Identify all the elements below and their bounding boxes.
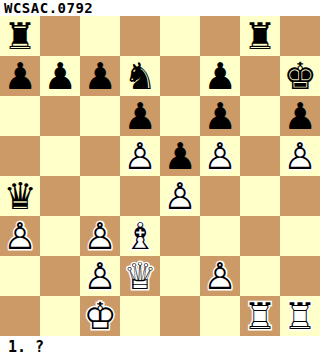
- square-c6[interactable]: [80, 96, 120, 136]
- chess-board: ♜♜♟♟♟♞♟♚♟♟♟♟♙♟♟♙♟♙♛♟♙♟♙♟♙♝♗♟♙♛♕♟♙♚♔♜♖♜♖: [0, 16, 320, 336]
- square-c1[interactable]: ♚♔: [80, 296, 120, 336]
- white-pawn-a3: ♟♙: [0, 216, 40, 256]
- square-f6[interactable]: ♟: [200, 96, 240, 136]
- square-f5[interactable]: ♟♙: [200, 136, 240, 176]
- square-d7[interactable]: ♞: [120, 56, 160, 96]
- black-queen-a4: ♛: [0, 176, 40, 216]
- square-b7[interactable]: ♟: [40, 56, 80, 96]
- black-pawn-f7: ♟: [200, 56, 240, 96]
- square-h5[interactable]: ♟♙: [280, 136, 320, 176]
- white-queen-d2: ♛♕: [120, 256, 160, 296]
- square-h1[interactable]: ♜♖: [280, 296, 320, 336]
- square-f3[interactable]: [200, 216, 240, 256]
- square-d6[interactable]: ♟: [120, 96, 160, 136]
- square-a4[interactable]: ♛: [0, 176, 40, 216]
- square-d4[interactable]: [120, 176, 160, 216]
- white-pawn-c3: ♟♙: [80, 216, 120, 256]
- square-h6[interactable]: ♟: [280, 96, 320, 136]
- square-d5[interactable]: ♟♙: [120, 136, 160, 176]
- square-a8[interactable]: ♜: [0, 16, 40, 56]
- square-g4[interactable]: [240, 176, 280, 216]
- square-h3[interactable]: [280, 216, 320, 256]
- white-rook-g1: ♜♖: [240, 296, 280, 336]
- square-c2[interactable]: ♟♙: [80, 256, 120, 296]
- square-a3[interactable]: ♟♙: [0, 216, 40, 256]
- square-c7[interactable]: ♟: [80, 56, 120, 96]
- black-pawn-a7: ♟: [0, 56, 40, 96]
- black-pawn-b7: ♟: [40, 56, 80, 96]
- square-c3[interactable]: ♟♙: [80, 216, 120, 256]
- square-h2[interactable]: [280, 256, 320, 296]
- square-a6[interactable]: [0, 96, 40, 136]
- square-e2[interactable]: [160, 256, 200, 296]
- black-pawn-d6: ♟: [120, 96, 160, 136]
- square-e8[interactable]: [160, 16, 200, 56]
- black-knight-d7: ♞: [120, 56, 160, 96]
- white-pawn-f2: ♟♙: [200, 256, 240, 296]
- square-d8[interactable]: [120, 16, 160, 56]
- square-a2[interactable]: [0, 256, 40, 296]
- white-pawn-f5: ♟♙: [200, 136, 240, 176]
- square-g8[interactable]: ♜: [240, 16, 280, 56]
- move-prompt: 1. ?: [0, 336, 320, 360]
- square-h8[interactable]: [280, 16, 320, 56]
- square-e6[interactable]: [160, 96, 200, 136]
- square-c8[interactable]: [80, 16, 120, 56]
- square-b2[interactable]: [40, 256, 80, 296]
- square-e7[interactable]: [160, 56, 200, 96]
- square-g2[interactable]: [240, 256, 280, 296]
- square-d2[interactable]: ♛♕: [120, 256, 160, 296]
- square-b3[interactable]: [40, 216, 80, 256]
- square-g7[interactable]: [240, 56, 280, 96]
- square-b8[interactable]: [40, 16, 80, 56]
- black-pawn-f6: ♟: [200, 96, 240, 136]
- white-pawn-h5: ♟♙: [280, 136, 320, 176]
- white-pawn-e4: ♟♙: [160, 176, 200, 216]
- square-d3[interactable]: ♝♗: [120, 216, 160, 256]
- square-b5[interactable]: [40, 136, 80, 176]
- black-pawn-c7: ♟: [80, 56, 120, 96]
- white-bishop-d3: ♝♗: [120, 216, 160, 256]
- square-c5[interactable]: [80, 136, 120, 176]
- square-f1[interactable]: [200, 296, 240, 336]
- square-e5[interactable]: ♟: [160, 136, 200, 176]
- square-e3[interactable]: [160, 216, 200, 256]
- square-a1[interactable]: [0, 296, 40, 336]
- square-b1[interactable]: [40, 296, 80, 336]
- square-h4[interactable]: [280, 176, 320, 216]
- square-h7[interactable]: ♚: [280, 56, 320, 96]
- square-e4[interactable]: ♟♙: [160, 176, 200, 216]
- square-f7[interactable]: ♟: [200, 56, 240, 96]
- black-rook-a8: ♜: [0, 16, 40, 56]
- white-pawn-c2: ♟♙: [80, 256, 120, 296]
- square-g1[interactable]: ♜♖: [240, 296, 280, 336]
- square-g5[interactable]: [240, 136, 280, 176]
- white-pawn-d5: ♟♙: [120, 136, 160, 176]
- square-a7[interactable]: ♟: [0, 56, 40, 96]
- square-f8[interactable]: [200, 16, 240, 56]
- square-g6[interactable]: [240, 96, 280, 136]
- square-a5[interactable]: [0, 136, 40, 176]
- black-king-h7: ♚: [280, 56, 320, 96]
- square-f2[interactable]: ♟♙: [200, 256, 240, 296]
- black-pawn-e5: ♟: [160, 136, 200, 176]
- square-e1[interactable]: [160, 296, 200, 336]
- square-b6[interactable]: [40, 96, 80, 136]
- black-rook-g8: ♜: [240, 16, 280, 56]
- square-f4[interactable]: [200, 176, 240, 216]
- square-d1[interactable]: [120, 296, 160, 336]
- white-king-c1: ♚♔: [80, 296, 120, 336]
- square-g3[interactable]: [240, 216, 280, 256]
- white-rook-h1: ♜♖: [280, 296, 320, 336]
- black-pawn-h6: ♟: [280, 96, 320, 136]
- square-b4[interactable]: [40, 176, 80, 216]
- square-c4[interactable]: [80, 176, 120, 216]
